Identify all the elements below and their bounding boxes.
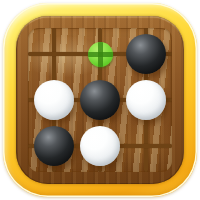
black-stone <box>126 34 166 74</box>
white-stone <box>126 80 166 120</box>
app-icon-canvas <box>0 0 200 200</box>
go-board <box>28 28 172 172</box>
black-stone <box>34 126 74 166</box>
wood-frame <box>16 16 184 184</box>
black-stone <box>80 80 120 120</box>
last-move-marker <box>88 42 113 67</box>
white-stone <box>80 126 120 166</box>
go-app-icon[interactable] <box>3 3 197 197</box>
marker-cross-vertical <box>98 42 103 67</box>
white-stone <box>34 80 74 120</box>
